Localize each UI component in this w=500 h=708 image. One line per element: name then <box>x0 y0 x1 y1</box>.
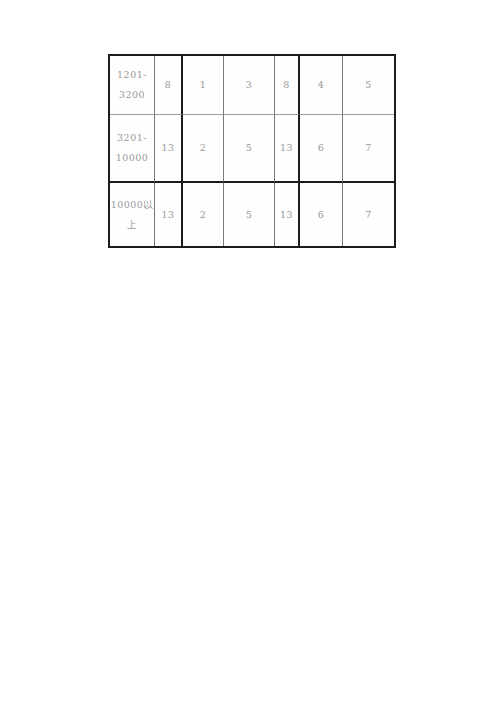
table-cell: 13 <box>275 183 300 246</box>
table-cell: 5 <box>224 183 275 246</box>
row-label-cell: 3201- 10000 <box>110 115 155 183</box>
table-cell: 4 <box>300 56 343 115</box>
row-label-cell: 1201- 3200 <box>110 56 155 115</box>
table-cell: 7 <box>343 183 394 246</box>
row-label-line: 10000 <box>116 148 149 168</box>
data-table: 1201- 3200 8 1 3 8 4 5 3201- 10000 13 2 … <box>108 54 396 248</box>
table-cell: 13 <box>155 183 183 246</box>
table-cell: 2 <box>183 115 224 183</box>
table-cell: 2 <box>183 183 224 246</box>
row-label-line: 3201- <box>117 128 147 148</box>
table-cell: 13 <box>155 115 183 183</box>
row-label-cell: 10000以 上 <box>110 183 155 246</box>
table-cell: 6 <box>300 115 343 183</box>
table-cell: 5 <box>343 56 394 115</box>
table-cell: 5 <box>224 115 275 183</box>
page: { "page": { "background": "#ffffff" }, "… <box>0 0 500 708</box>
row-label-line: 3200 <box>119 85 145 105</box>
row-label-line: 上 <box>127 215 137 235</box>
table-cell: 13 <box>275 115 300 183</box>
table-cell: 8 <box>155 56 183 115</box>
table-cell: 1 <box>183 56 224 115</box>
table-cell: 6 <box>300 183 343 246</box>
row-label-line: 1201- <box>117 65 147 85</box>
row-label-line: 10000以 <box>111 195 154 215</box>
table-cell: 7 <box>343 115 394 183</box>
table-cell: 8 <box>275 56 300 115</box>
table-cell: 3 <box>224 56 275 115</box>
